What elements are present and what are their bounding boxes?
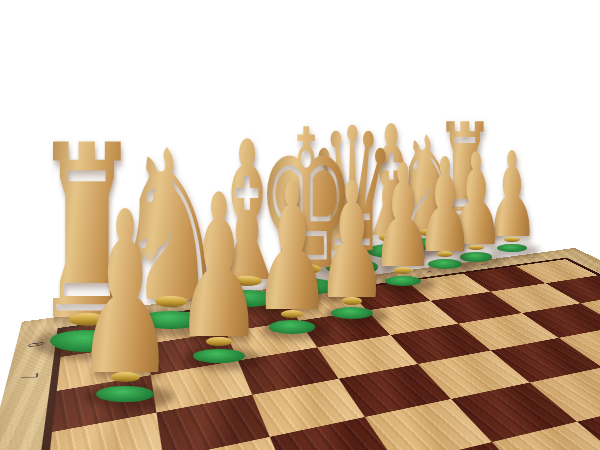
chess-set-photo: 8 7 hgfedcba ♜♞♝♚♛♝♞♜♟♟♟♟♟♟♟♟	[0, 0, 600, 450]
brass-ring	[342, 297, 363, 304]
brass-ring	[281, 310, 304, 318]
brass-ring	[504, 237, 519, 242]
brass-ring	[206, 337, 232, 346]
pieces-layer: ♜♞♝♚♛♝♞♜♟♟♟♟♟♟♟♟	[0, 0, 600, 450]
brass-ring	[394, 267, 412, 273]
